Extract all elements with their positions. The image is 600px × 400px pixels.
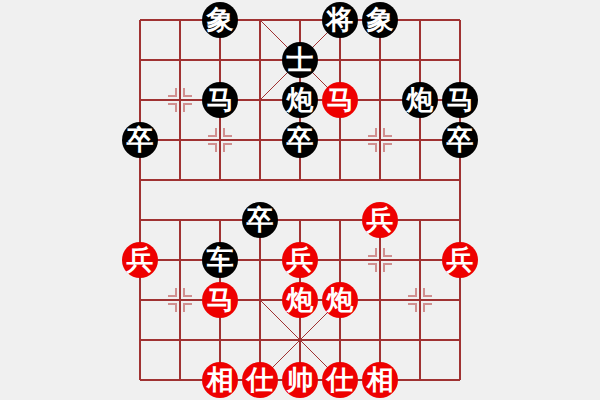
piece-red-elephant[interactable]: 相 [362, 362, 398, 398]
piece-black-cannon[interactable]: 炮 [402, 82, 438, 118]
piece-red-advisor[interactable]: 仕 [322, 362, 358, 398]
piece-black-elephant[interactable]: 象 [362, 2, 398, 38]
xiangqi-board-screen: 象将象士马炮马炮马卒卒卒卒兵兵车兵兵马炮炮相仕帅仕相 [0, 0, 600, 400]
piece-red-pawn[interactable]: 兵 [122, 242, 158, 278]
piece-black-horse[interactable]: 马 [202, 82, 238, 118]
piece-red-elephant[interactable]: 相 [202, 362, 238, 398]
piece-black-advisor[interactable]: 士 [282, 42, 318, 78]
piece-red-advisor[interactable]: 仕 [242, 362, 278, 398]
piece-red-general[interactable]: 帅 [282, 362, 318, 398]
piece-red-horse[interactable]: 马 [322, 82, 358, 118]
piece-black-pawn[interactable]: 卒 [442, 122, 478, 158]
piece-black-elephant[interactable]: 象 [202, 2, 238, 38]
piece-red-pawn[interactable]: 兵 [442, 242, 478, 278]
piece-red-horse[interactable]: 马 [202, 282, 238, 318]
piece-red-cannon[interactable]: 炮 [322, 282, 358, 318]
piece-black-pawn[interactable]: 卒 [282, 122, 318, 158]
piece-red-pawn[interactable]: 兵 [282, 242, 318, 278]
piece-black-chariot[interactable]: 车 [202, 242, 238, 278]
piece-black-pawn[interactable]: 卒 [242, 202, 278, 238]
piece-black-horse[interactable]: 马 [442, 82, 478, 118]
piece-red-pawn[interactable]: 兵 [362, 202, 398, 238]
piece-black-general[interactable]: 将 [322, 2, 358, 38]
piece-layer: 象将象士马炮马炮马卒卒卒卒兵兵车兵兵马炮炮相仕帅仕相 [0, 0, 600, 400]
piece-black-cannon[interactable]: 炮 [282, 82, 318, 118]
piece-black-pawn[interactable]: 卒 [122, 122, 158, 158]
piece-red-cannon[interactable]: 炮 [282, 282, 318, 318]
